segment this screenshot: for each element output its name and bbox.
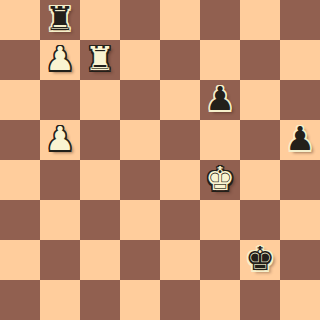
square-g8[interactable] [240, 0, 280, 40]
square-f2[interactable] [200, 240, 240, 280]
square-g3[interactable] [240, 200, 280, 240]
square-d8[interactable] [120, 0, 160, 40]
square-h6[interactable] [280, 80, 320, 120]
square-e5[interactable] [160, 120, 200, 160]
square-c1[interactable] [80, 280, 120, 320]
square-c6[interactable] [80, 80, 120, 120]
square-d3[interactable] [120, 200, 160, 240]
square-c7[interactable]: ♜ [80, 40, 120, 80]
black-king[interactable]: ♚ [245, 239, 275, 279]
square-h5[interactable]: ♟ [280, 120, 320, 160]
square-a7[interactable] [0, 40, 40, 80]
black-pawn[interactable]: ♟ [205, 79, 235, 119]
square-f7[interactable] [200, 40, 240, 80]
square-c5[interactable] [80, 120, 120, 160]
square-d6[interactable] [120, 80, 160, 120]
square-b7[interactable]: ♟ [40, 40, 80, 80]
square-a5[interactable] [0, 120, 40, 160]
square-e4[interactable] [160, 160, 200, 200]
square-b4[interactable] [40, 160, 80, 200]
white-rook[interactable]: ♜ [85, 39, 115, 79]
square-a1[interactable] [0, 280, 40, 320]
square-b1[interactable] [40, 280, 80, 320]
square-f6[interactable]: ♟ [200, 80, 240, 120]
square-b5[interactable]: ♟ [40, 120, 80, 160]
white-pawn[interactable]: ♟ [45, 119, 75, 159]
square-b2[interactable] [40, 240, 80, 280]
square-f8[interactable] [200, 0, 240, 40]
white-king[interactable]: ♚ [205, 159, 235, 199]
square-h4[interactable] [280, 160, 320, 200]
square-e8[interactable] [160, 0, 200, 40]
square-e2[interactable] [160, 240, 200, 280]
square-d5[interactable] [120, 120, 160, 160]
square-b6[interactable] [40, 80, 80, 120]
square-a4[interactable] [0, 160, 40, 200]
square-c4[interactable] [80, 160, 120, 200]
black-pawn[interactable]: ♟ [285, 119, 315, 159]
square-a2[interactable] [0, 240, 40, 280]
square-e3[interactable] [160, 200, 200, 240]
square-d1[interactable] [120, 280, 160, 320]
square-c8[interactable] [80, 0, 120, 40]
square-g6[interactable] [240, 80, 280, 120]
square-h8[interactable] [280, 0, 320, 40]
black-rook[interactable]: ♜ [45, 0, 75, 39]
square-a3[interactable] [0, 200, 40, 240]
square-b3[interactable] [40, 200, 80, 240]
square-c2[interactable] [80, 240, 120, 280]
square-d2[interactable] [120, 240, 160, 280]
chess-board: ♜♟♜♟♟♟♚♚ [0, 0, 320, 320]
square-g1[interactable] [240, 280, 280, 320]
square-e6[interactable] [160, 80, 200, 120]
square-a8[interactable] [0, 0, 40, 40]
square-h7[interactable] [280, 40, 320, 80]
square-c3[interactable] [80, 200, 120, 240]
square-h1[interactable] [280, 280, 320, 320]
board-wrapper: ♜♟♜♟♟♟♚♚ [0, 0, 320, 320]
square-e1[interactable] [160, 280, 200, 320]
square-g4[interactable] [240, 160, 280, 200]
square-f1[interactable] [200, 280, 240, 320]
square-g2[interactable]: ♚ [240, 240, 280, 280]
square-g5[interactable] [240, 120, 280, 160]
square-e7[interactable] [160, 40, 200, 80]
square-g7[interactable] [240, 40, 280, 80]
square-h3[interactable] [280, 200, 320, 240]
square-f3[interactable] [200, 200, 240, 240]
square-f4[interactable]: ♚ [200, 160, 240, 200]
square-d7[interactable] [120, 40, 160, 80]
square-d4[interactable] [120, 160, 160, 200]
square-b8[interactable]: ♜ [40, 0, 80, 40]
square-f5[interactable] [200, 120, 240, 160]
square-a6[interactable] [0, 80, 40, 120]
white-pawn[interactable]: ♟ [45, 39, 75, 79]
square-h2[interactable] [280, 240, 320, 280]
